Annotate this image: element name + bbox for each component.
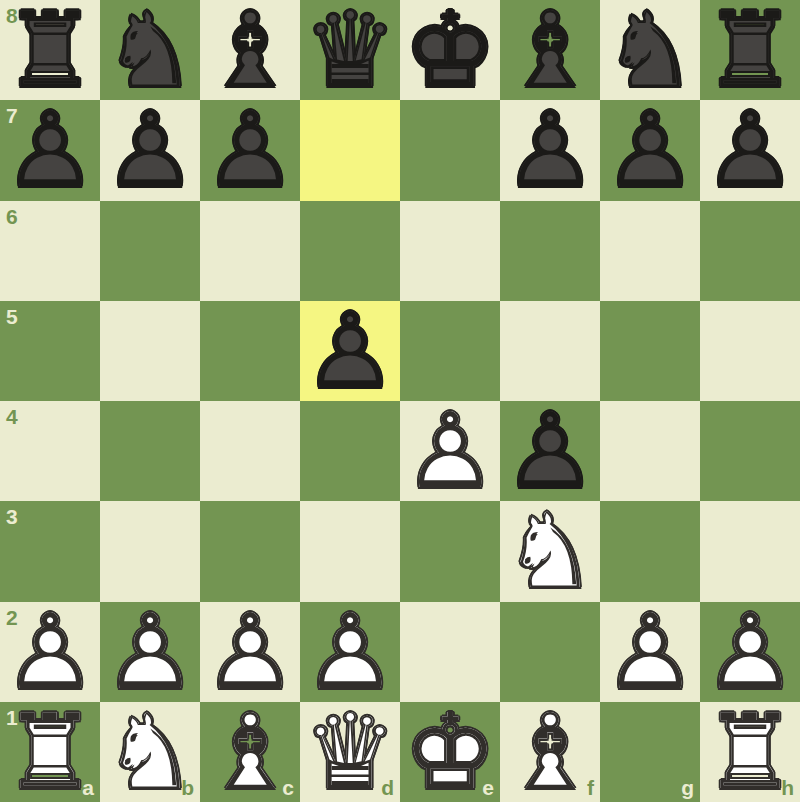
square-g3[interactable] [600, 501, 700, 601]
square-e7[interactable] [400, 100, 500, 200]
square-f7[interactable]: ♟♙ [500, 100, 600, 200]
square-c4[interactable] [200, 401, 300, 501]
rank-label-3: 3 [6, 506, 18, 527]
square-c7[interactable]: ♟♙ [200, 100, 300, 200]
square-c1[interactable]: c♝♗ [200, 702, 300, 802]
knight-icon: ♞ [600, 0, 700, 100]
pawn-outline-icon: ♙ [100, 100, 200, 200]
bishop-icon: ♝ [500, 0, 600, 100]
square-g8[interactable]: ♞♘ [600, 0, 700, 100]
queen-icon: ♛ [300, 0, 400, 100]
piece-black-pawn-h7[interactable]: ♟♙ [700, 100, 800, 200]
pawn-outline-icon: ♙ [600, 602, 700, 702]
square-f6[interactable] [500, 201, 600, 301]
square-d3[interactable] [300, 501, 400, 601]
pawn-icon: ♟ [0, 602, 100, 702]
square-e6[interactable] [400, 201, 500, 301]
king-outline-icon: ♔ [400, 702, 500, 802]
square-e3[interactable] [400, 501, 500, 601]
square-h8[interactable]: ♜♖ [700, 0, 800, 100]
square-d2[interactable]: ♟♙ [300, 602, 400, 702]
knight-icon: ♞ [500, 501, 600, 601]
bishop-outline-icon: ♗ [200, 702, 300, 802]
piece-white-queen-d1[interactable]: ♛♕ [300, 702, 400, 802]
rank-label-4: 4 [6, 406, 18, 427]
square-b5[interactable] [100, 301, 200, 401]
piece-white-pawn-h2[interactable]: ♟♙ [700, 602, 800, 702]
queen-icon: ♛ [300, 702, 400, 802]
rook-outline-icon: ♖ [0, 702, 100, 802]
chess-board: 8♜♖♞♘♝♗♛♕♚♔♝♗♞♘♜♖7♟♙♟♙♟♙♟♙♟♙♟♙65♟♙4♟♙♟♙3… [0, 0, 800, 802]
piece-black-pawn-f4[interactable]: ♟♙ [500, 401, 600, 501]
knight-outline-icon: ♘ [600, 0, 700, 100]
king-outline-icon: ♔ [400, 0, 500, 100]
square-h6[interactable] [700, 201, 800, 301]
piece-white-pawn-g2[interactable]: ♟♙ [600, 602, 700, 702]
pawn-icon: ♟ [500, 100, 600, 200]
rook-icon: ♜ [0, 702, 100, 802]
pawn-outline-icon: ♙ [0, 602, 100, 702]
piece-black-rook-a8[interactable]: ♜♖ [0, 0, 100, 100]
king-icon: ♚ [400, 0, 500, 100]
pawn-icon: ♟ [500, 401, 600, 501]
square-h5[interactable] [700, 301, 800, 401]
rook-icon: ♜ [700, 0, 800, 100]
king-icon: ♚ [400, 702, 500, 802]
pawn-icon: ♟ [300, 301, 400, 401]
square-h2[interactable]: ♟♙ [700, 602, 800, 702]
square-d4[interactable] [300, 401, 400, 501]
pawn-icon: ♟ [400, 401, 500, 501]
piece-black-bishop-c8[interactable]: ♝♗ [200, 0, 300, 100]
piece-white-pawn-a2[interactable]: ♟♙ [0, 602, 100, 702]
pawn-outline-icon: ♙ [200, 100, 300, 200]
pawn-outline-icon: ♙ [500, 100, 600, 200]
square-b2[interactable]: ♟♙ [100, 602, 200, 702]
square-b7[interactable]: ♟♙ [100, 100, 200, 200]
square-h1[interactable]: h♜♖ [700, 702, 800, 802]
square-b1[interactable]: b♞♘ [100, 702, 200, 802]
piece-white-pawn-d2[interactable]: ♟♙ [300, 602, 400, 702]
piece-white-king-e1[interactable]: ♚♔ [400, 702, 500, 802]
bishop-icon: ♝ [200, 702, 300, 802]
knight-icon: ♞ [100, 702, 200, 802]
rook-outline-icon: ♖ [0, 0, 100, 100]
pawn-icon: ♟ [0, 100, 100, 200]
queen-outline-icon: ♕ [300, 0, 400, 100]
square-c3[interactable] [200, 501, 300, 601]
square-f1[interactable]: f♝♗ [500, 702, 600, 802]
square-h4[interactable] [700, 401, 800, 501]
knight-outline-icon: ♘ [500, 501, 600, 601]
square-e5[interactable] [400, 301, 500, 401]
pawn-icon: ♟ [600, 602, 700, 702]
pawn-icon: ♟ [100, 100, 200, 200]
square-g6[interactable] [600, 201, 700, 301]
rook-icon: ♜ [0, 0, 100, 100]
square-a2[interactable]: 2♟♙ [0, 602, 100, 702]
square-b3[interactable] [100, 501, 200, 601]
square-d6[interactable] [300, 201, 400, 301]
knight-outline-icon: ♘ [100, 702, 200, 802]
piece-black-knight-g8[interactable]: ♞♘ [600, 0, 700, 100]
square-e4[interactable]: ♟♙ [400, 401, 500, 501]
pawn-outline-icon: ♙ [0, 100, 100, 200]
pawn-icon: ♟ [600, 100, 700, 200]
piece-white-pawn-e4[interactable]: ♟♙ [400, 401, 500, 501]
pawn-icon: ♟ [700, 602, 800, 702]
piece-black-pawn-f7[interactable]: ♟♙ [500, 100, 600, 200]
square-b4[interactable] [100, 401, 200, 501]
piece-black-pawn-d5[interactable]: ♟♙ [300, 301, 400, 401]
pawn-icon: ♟ [200, 602, 300, 702]
knight-icon: ♞ [100, 0, 200, 100]
piece-white-knight-b1[interactable]: ♞♘ [100, 702, 200, 802]
square-c8[interactable]: ♝♗ [200, 0, 300, 100]
square-b6[interactable] [100, 201, 200, 301]
file-label-g: g [681, 777, 694, 798]
piece-black-bishop-f8[interactable]: ♝♗ [500, 0, 600, 100]
piece-white-pawn-c2[interactable]: ♟♙ [200, 602, 300, 702]
pawn-outline-icon: ♙ [700, 100, 800, 200]
piece-black-pawn-a7[interactable]: ♟♙ [0, 100, 100, 200]
square-g2[interactable]: ♟♙ [600, 602, 700, 702]
square-d5[interactable]: ♟♙ [300, 301, 400, 401]
square-g7[interactable]: ♟♙ [600, 100, 700, 200]
square-g5[interactable] [600, 301, 700, 401]
bishop-outline-icon: ♗ [200, 0, 300, 100]
pawn-outline-icon: ♙ [100, 602, 200, 702]
pawn-outline-icon: ♙ [700, 602, 800, 702]
square-d1[interactable]: d♛♕ [300, 702, 400, 802]
piece-black-king-e8[interactable]: ♚♔ [400, 0, 500, 100]
piece-black-pawn-b7[interactable]: ♟♙ [100, 100, 200, 200]
square-c5[interactable] [200, 301, 300, 401]
square-e2[interactable] [400, 602, 500, 702]
rook-icon: ♜ [700, 702, 800, 802]
pawn-outline-icon: ♙ [500, 401, 600, 501]
bishop-icon: ♝ [500, 702, 600, 802]
square-a8[interactable]: 8♜♖ [0, 0, 100, 100]
rook-outline-icon: ♖ [700, 702, 800, 802]
knight-outline-icon: ♘ [100, 0, 200, 100]
square-a4[interactable]: 4 [0, 401, 100, 501]
piece-black-rook-h8[interactable]: ♜♖ [700, 0, 800, 100]
square-a7[interactable]: 7♟♙ [0, 100, 100, 200]
piece-white-rook-h1[interactable]: ♜♖ [700, 702, 800, 802]
rank-label-5: 5 [6, 306, 18, 327]
pawn-icon: ♟ [100, 602, 200, 702]
pawn-outline-icon: ♙ [300, 602, 400, 702]
pawn-outline-icon: ♙ [200, 602, 300, 702]
square-e1[interactable]: e♚♔ [400, 702, 500, 802]
rook-outline-icon: ♖ [700, 0, 800, 100]
pawn-outline-icon: ♙ [400, 401, 500, 501]
square-g4[interactable] [600, 401, 700, 501]
square-c6[interactable] [200, 201, 300, 301]
piece-black-knight-b8[interactable]: ♞♘ [100, 0, 200, 100]
piece-white-bishop-c1[interactable]: ♝♗ [200, 702, 300, 802]
square-e8[interactable]: ♚♔ [400, 0, 500, 100]
pawn-outline-icon: ♙ [600, 100, 700, 200]
square-b8[interactable]: ♞♘ [100, 0, 200, 100]
pawn-icon: ♟ [700, 100, 800, 200]
queen-outline-icon: ♕ [300, 702, 400, 802]
bishop-outline-icon: ♗ [500, 0, 600, 100]
square-f8[interactable]: ♝♗ [500, 0, 600, 100]
square-a3[interactable]: 3 [0, 501, 100, 601]
piece-white-knight-f3[interactable]: ♞♘ [500, 501, 600, 601]
pawn-icon: ♟ [300, 602, 400, 702]
pawn-icon: ♟ [200, 100, 300, 200]
square-h7[interactable]: ♟♙ [700, 100, 800, 200]
bishop-icon: ♝ [200, 0, 300, 100]
pawn-outline-icon: ♙ [300, 301, 400, 401]
piece-black-queen-d8[interactable]: ♛♕ [300, 0, 400, 100]
piece-black-pawn-g7[interactable]: ♟♙ [600, 100, 700, 200]
square-f4[interactable]: ♟♙ [500, 401, 600, 501]
square-g1[interactable]: g [600, 702, 700, 802]
bishop-outline-icon: ♗ [500, 702, 600, 802]
square-a6[interactable]: 6 [0, 201, 100, 301]
piece-white-pawn-b2[interactable]: ♟♙ [100, 602, 200, 702]
piece-white-bishop-f1[interactable]: ♝♗ [500, 702, 600, 802]
rank-label-6: 6 [6, 206, 18, 227]
square-d7[interactable] [300, 100, 400, 200]
square-f5[interactable] [500, 301, 600, 401]
square-c2[interactable]: ♟♙ [200, 602, 300, 702]
square-a5[interactable]: 5 [0, 301, 100, 401]
square-a1[interactable]: 1a♜♖ [0, 702, 100, 802]
square-f2[interactable] [500, 602, 600, 702]
piece-black-pawn-c7[interactable]: ♟♙ [200, 100, 300, 200]
square-d8[interactable]: ♛♕ [300, 0, 400, 100]
square-h3[interactable] [700, 501, 800, 601]
piece-white-rook-a1[interactable]: ♜♖ [0, 702, 100, 802]
square-f3[interactable]: ♞♘ [500, 501, 600, 601]
